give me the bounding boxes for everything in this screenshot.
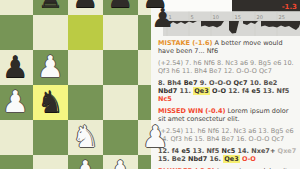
square-d6[interactable]	[68, 15, 103, 50]
square-e6[interactable]	[103, 15, 138, 50]
classification-badge: BLUNDER (-2.2)	[158, 167, 215, 169]
square-f4[interactable]	[138, 85, 151, 120]
square-b2[interactable]	[0, 155, 33, 169]
classification-line: MISTAKE (-1.6) A better move would have …	[158, 39, 297, 55]
square-b6[interactable]	[0, 15, 33, 50]
move-token[interactable]: Nc5	[221, 147, 235, 155]
move-token[interactable]: Be7	[184, 79, 198, 87]
move-token[interactable]: Nbd7	[188, 155, 207, 163]
square-c5[interactable]	[33, 50, 68, 85]
move-number-tick: 20	[257, 14, 263, 20]
eval-graph[interactable]: -1.3 1510152025	[163, 0, 300, 36]
chess-board[interactable]	[0, 0, 151, 169]
move-token[interactable]: 9. O-O-O	[198, 79, 234, 87]
analysis-text: MISTAKE (-1.6) A better move would have …	[158, 39, 297, 169]
engine-variation[interactable]: (+2.54) 7. h6 Nf6 8. Nc3 a6 9. Bg5 e6 10…	[158, 59, 297, 75]
move-token[interactable]: Qe3	[193, 87, 209, 95]
classification-badge: MISTAKE (-1.6)	[158, 39, 212, 47]
move-token[interactable]: 11.	[177, 87, 193, 95]
move-token[interactable]: Qc7	[234, 79, 248, 87]
move-token[interactable]: O-O	[212, 87, 226, 95]
move-token[interactable]: e5	[181, 147, 190, 155]
square-c7[interactable]	[33, 0, 68, 15]
square-c4[interactable]	[33, 85, 68, 120]
square-d3[interactable]	[68, 120, 103, 155]
engine-variation[interactable]: (+2.54) 11. h6 Nf6 12. Nc3 a6 13. Bg5 e6…	[158, 127, 297, 143]
square-b5[interactable]	[0, 50, 33, 85]
square-f3[interactable]	[138, 120, 151, 155]
square-d7[interactable]	[68, 0, 103, 15]
square-e2[interactable]	[103, 155, 138, 169]
square-d4[interactable]	[68, 85, 103, 120]
square-c6[interactable]	[33, 15, 68, 50]
move-token[interactable]: 12. f4	[226, 87, 252, 95]
move-token[interactable]: Qxe7	[278, 147, 297, 155]
move-token[interactable]: 13. Nf5	[190, 147, 221, 155]
move-number-tick: 25	[279, 14, 285, 20]
move-number-tick: 10	[213, 14, 219, 20]
move-number-tick: 5	[191, 14, 194, 20]
pawn-icon: ♟	[151, 3, 173, 33]
square-c3[interactable]	[33, 120, 68, 155]
move-number-tick: 15	[235, 14, 241, 20]
classification-line: BLUNDER (-2.2) Lorem ipsum dolor sit ame…	[158, 167, 297, 169]
move-token[interactable]: 13. Nf5	[261, 87, 290, 95]
square-e3[interactable]	[103, 120, 138, 155]
square-b3[interactable]	[0, 120, 33, 155]
square-f7[interactable]	[138, 0, 151, 15]
move-token[interactable]: 16.	[207, 155, 223, 163]
move-token[interactable]: 14. Nxe7+	[235, 147, 277, 155]
square-c2[interactable]	[33, 155, 68, 169]
square-f2[interactable]	[138, 155, 151, 169]
square-f6[interactable]	[138, 15, 151, 50]
square-b7[interactable]	[0, 0, 33, 15]
analysis-panel: ♟ -1.3 1510152025 MISTAKE (-1.6) A bette…	[151, 0, 300, 169]
move-token[interactable]: O-O	[242, 155, 256, 163]
move-token[interactable]: 15. Be2	[158, 155, 188, 163]
move-token[interactable]: 8. Bh4	[158, 79, 184, 87]
move-list: 12. f4 e5 13. Nf5 Nc5 14. Nxe7+ Qxe7 15.…	[158, 147, 297, 163]
move-token[interactable]: 10. Be2	[247, 79, 277, 87]
square-b4[interactable]	[0, 85, 33, 120]
classification-line: MISSED WIN (-0.4) Lorem ipsum dolor sit …	[158, 107, 297, 123]
square-e5[interactable]	[103, 50, 138, 85]
move-token[interactable]: Nc5	[158, 95, 172, 103]
square-d2[interactable]	[68, 155, 103, 169]
move-token[interactable]: e5	[252, 87, 261, 95]
square-e7[interactable]	[103, 0, 138, 15]
move-list: 8. Bh4 Be7 9. O-O-O Qc7 10. Be2 Nbd7 11.…	[158, 79, 297, 103]
square-e4[interactable]	[103, 85, 138, 120]
classification-badge: MISSED WIN (-0.4)	[158, 107, 226, 115]
move-token[interactable]: 12. f4	[158, 147, 181, 155]
square-d5[interactable]	[68, 50, 103, 85]
square-f5[interactable]	[138, 50, 151, 85]
chess-analysis-screen: ♟ -1.3 1510152025 MISTAKE (-1.6) A bette…	[0, 0, 300, 169]
move-token[interactable]: Nbd7	[158, 87, 177, 95]
eval-value: -1.3	[282, 3, 297, 11]
move-token[interactable]: Qe3	[223, 155, 239, 163]
